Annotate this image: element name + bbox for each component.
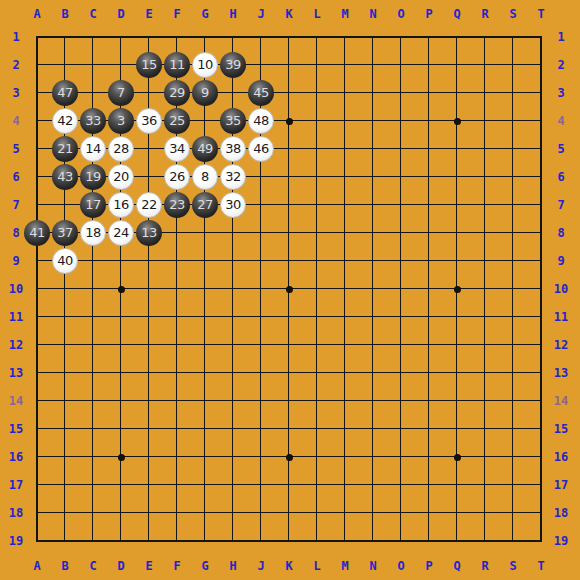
point-Q8[interactable] <box>443 219 471 247</box>
point-G16[interactable] <box>191 443 219 471</box>
point-M6[interactable] <box>331 163 359 191</box>
point-K16[interactable] <box>275 443 303 471</box>
point-J11[interactable] <box>247 303 275 331</box>
point-S16[interactable] <box>499 443 527 471</box>
point-K14[interactable] <box>275 387 303 415</box>
point-M11[interactable] <box>331 303 359 331</box>
point-K1[interactable] <box>275 23 303 51</box>
point-F18[interactable] <box>163 499 191 527</box>
point-P5[interactable] <box>415 135 443 163</box>
point-D15[interactable] <box>107 415 135 443</box>
point-F11[interactable] <box>163 303 191 331</box>
point-S7[interactable] <box>499 191 527 219</box>
point-J6[interactable] <box>247 163 275 191</box>
point-S3[interactable] <box>499 79 527 107</box>
point-B7[interactable] <box>51 191 79 219</box>
point-K8[interactable] <box>275 219 303 247</box>
point-M8[interactable] <box>331 219 359 247</box>
point-S5[interactable] <box>499 135 527 163</box>
point-Q17[interactable] <box>443 471 471 499</box>
point-L6[interactable] <box>303 163 331 191</box>
point-L7[interactable] <box>303 191 331 219</box>
point-T13[interactable] <box>527 359 555 387</box>
point-A5[interactable] <box>23 135 51 163</box>
point-B16[interactable] <box>51 443 79 471</box>
point-T3[interactable] <box>527 79 555 107</box>
point-K11[interactable] <box>275 303 303 331</box>
point-C8[interactable]: 18 <box>79 219 107 247</box>
point-L9[interactable] <box>303 247 331 275</box>
point-B18[interactable] <box>51 499 79 527</box>
point-E13[interactable] <box>135 359 163 387</box>
point-C6[interactable]: 19 <box>79 163 107 191</box>
point-K18[interactable] <box>275 499 303 527</box>
point-D13[interactable] <box>107 359 135 387</box>
point-P17[interactable] <box>415 471 443 499</box>
point-F3[interactable]: 29 <box>163 79 191 107</box>
point-K5[interactable] <box>275 135 303 163</box>
point-F2[interactable]: 11 <box>163 51 191 79</box>
point-P1[interactable] <box>415 23 443 51</box>
point-S12[interactable] <box>499 331 527 359</box>
point-G12[interactable] <box>191 331 219 359</box>
point-M14[interactable] <box>331 387 359 415</box>
point-O12[interactable] <box>387 331 415 359</box>
point-J8[interactable] <box>247 219 275 247</box>
point-T19[interactable] <box>527 527 555 555</box>
point-J19[interactable] <box>247 527 275 555</box>
point-J17[interactable] <box>247 471 275 499</box>
point-B3[interactable]: 47 <box>51 79 79 107</box>
point-H19[interactable] <box>219 527 247 555</box>
point-D19[interactable] <box>107 527 135 555</box>
point-O11[interactable] <box>387 303 415 331</box>
point-B17[interactable] <box>51 471 79 499</box>
point-E16[interactable] <box>135 443 163 471</box>
point-L14[interactable] <box>303 387 331 415</box>
point-H17[interactable] <box>219 471 247 499</box>
point-C2[interactable] <box>79 51 107 79</box>
point-F17[interactable] <box>163 471 191 499</box>
point-H13[interactable] <box>219 359 247 387</box>
point-M18[interactable] <box>331 499 359 527</box>
point-O4[interactable] <box>387 107 415 135</box>
point-O18[interactable] <box>387 499 415 527</box>
point-Q12[interactable] <box>443 331 471 359</box>
point-C5[interactable]: 14 <box>79 135 107 163</box>
point-J5[interactable]: 46 <box>247 135 275 163</box>
point-R16[interactable] <box>471 443 499 471</box>
point-A3[interactable] <box>23 79 51 107</box>
point-L12[interactable] <box>303 331 331 359</box>
point-A13[interactable] <box>23 359 51 387</box>
point-J2[interactable] <box>247 51 275 79</box>
point-R15[interactable] <box>471 415 499 443</box>
point-C17[interactable] <box>79 471 107 499</box>
point-H9[interactable] <box>219 247 247 275</box>
point-A15[interactable] <box>23 415 51 443</box>
point-N16[interactable] <box>359 443 387 471</box>
point-M1[interactable] <box>331 23 359 51</box>
point-A10[interactable] <box>23 275 51 303</box>
point-N18[interactable] <box>359 499 387 527</box>
point-E9[interactable] <box>135 247 163 275</box>
point-B11[interactable] <box>51 303 79 331</box>
point-L17[interactable] <box>303 471 331 499</box>
point-R3[interactable] <box>471 79 499 107</box>
point-P15[interactable] <box>415 415 443 443</box>
point-J1[interactable] <box>247 23 275 51</box>
point-T12[interactable] <box>527 331 555 359</box>
point-F10[interactable] <box>163 275 191 303</box>
point-E2[interactable]: 15 <box>135 51 163 79</box>
point-C1[interactable] <box>79 23 107 51</box>
point-C10[interactable] <box>79 275 107 303</box>
point-C7[interactable]: 17 <box>79 191 107 219</box>
point-F4[interactable]: 25 <box>163 107 191 135</box>
point-N14[interactable] <box>359 387 387 415</box>
point-O1[interactable] <box>387 23 415 51</box>
point-F9[interactable] <box>163 247 191 275</box>
point-H5[interactable]: 38 <box>219 135 247 163</box>
point-L3[interactable] <box>303 79 331 107</box>
point-D14[interactable] <box>107 387 135 415</box>
point-H11[interactable] <box>219 303 247 331</box>
point-Q10[interactable] <box>443 275 471 303</box>
point-R10[interactable] <box>471 275 499 303</box>
point-D10[interactable] <box>107 275 135 303</box>
point-N12[interactable] <box>359 331 387 359</box>
point-C4[interactable]: 33 <box>79 107 107 135</box>
point-A6[interactable] <box>23 163 51 191</box>
point-J15[interactable] <box>247 415 275 443</box>
point-T6[interactable] <box>527 163 555 191</box>
point-D6[interactable]: 20 <box>107 163 135 191</box>
point-O8[interactable] <box>387 219 415 247</box>
point-K10[interactable] <box>275 275 303 303</box>
point-H14[interactable] <box>219 387 247 415</box>
point-R14[interactable] <box>471 387 499 415</box>
point-A16[interactable] <box>23 443 51 471</box>
point-P4[interactable] <box>415 107 443 135</box>
point-H18[interactable] <box>219 499 247 527</box>
point-T4[interactable] <box>527 107 555 135</box>
point-F5[interactable]: 34 <box>163 135 191 163</box>
point-D12[interactable] <box>107 331 135 359</box>
point-G2[interactable]: 10 <box>191 51 219 79</box>
point-N1[interactable] <box>359 23 387 51</box>
point-D3[interactable]: 7 <box>107 79 135 107</box>
point-N10[interactable] <box>359 275 387 303</box>
point-M17[interactable] <box>331 471 359 499</box>
point-P10[interactable] <box>415 275 443 303</box>
point-J18[interactable] <box>247 499 275 527</box>
point-D5[interactable]: 28 <box>107 135 135 163</box>
point-L8[interactable] <box>303 219 331 247</box>
point-J3[interactable]: 45 <box>247 79 275 107</box>
point-P12[interactable] <box>415 331 443 359</box>
point-G4[interactable] <box>191 107 219 135</box>
point-R4[interactable] <box>471 107 499 135</box>
point-C15[interactable] <box>79 415 107 443</box>
point-M16[interactable] <box>331 443 359 471</box>
point-P8[interactable] <box>415 219 443 247</box>
point-P13[interactable] <box>415 359 443 387</box>
point-P3[interactable] <box>415 79 443 107</box>
point-G17[interactable] <box>191 471 219 499</box>
point-M19[interactable] <box>331 527 359 555</box>
point-E7[interactable]: 22 <box>135 191 163 219</box>
point-L18[interactable] <box>303 499 331 527</box>
point-F16[interactable] <box>163 443 191 471</box>
point-B19[interactable] <box>51 527 79 555</box>
point-O5[interactable] <box>387 135 415 163</box>
point-M2[interactable] <box>331 51 359 79</box>
point-A9[interactable] <box>23 247 51 275</box>
point-S2[interactable] <box>499 51 527 79</box>
point-M13[interactable] <box>331 359 359 387</box>
point-B6[interactable]: 43 <box>51 163 79 191</box>
point-P14[interactable] <box>415 387 443 415</box>
point-M9[interactable] <box>331 247 359 275</box>
point-S6[interactable] <box>499 163 527 191</box>
point-S9[interactable] <box>499 247 527 275</box>
point-S4[interactable] <box>499 107 527 135</box>
point-T9[interactable] <box>527 247 555 275</box>
point-B4[interactable]: 42 <box>51 107 79 135</box>
point-P11[interactable] <box>415 303 443 331</box>
point-D7[interactable]: 16 <box>107 191 135 219</box>
point-D8[interactable]: 24 <box>107 219 135 247</box>
point-F15[interactable] <box>163 415 191 443</box>
point-O3[interactable] <box>387 79 415 107</box>
point-R11[interactable] <box>471 303 499 331</box>
point-E8[interactable]: 13 <box>135 219 163 247</box>
point-T18[interactable] <box>527 499 555 527</box>
point-R2[interactable] <box>471 51 499 79</box>
point-G7[interactable]: 27 <box>191 191 219 219</box>
point-G13[interactable] <box>191 359 219 387</box>
point-S14[interactable] <box>499 387 527 415</box>
point-B13[interactable] <box>51 359 79 387</box>
point-J12[interactable] <box>247 331 275 359</box>
point-G19[interactable] <box>191 527 219 555</box>
point-J7[interactable] <box>247 191 275 219</box>
point-P18[interactable] <box>415 499 443 527</box>
point-N4[interactable] <box>359 107 387 135</box>
point-G1[interactable] <box>191 23 219 51</box>
point-D11[interactable] <box>107 303 135 331</box>
point-R8[interactable] <box>471 219 499 247</box>
point-F19[interactable] <box>163 527 191 555</box>
point-R13[interactable] <box>471 359 499 387</box>
point-G15[interactable] <box>191 415 219 443</box>
point-C9[interactable] <box>79 247 107 275</box>
point-O13[interactable] <box>387 359 415 387</box>
point-S1[interactable] <box>499 23 527 51</box>
point-R17[interactable] <box>471 471 499 499</box>
point-H6[interactable]: 32 <box>219 163 247 191</box>
point-E10[interactable] <box>135 275 163 303</box>
point-R7[interactable] <box>471 191 499 219</box>
point-B1[interactable] <box>51 23 79 51</box>
point-K17[interactable] <box>275 471 303 499</box>
point-Q3[interactable] <box>443 79 471 107</box>
board-grid[interactable]: 1511103947729945423333625354821142834493… <box>23 23 555 555</box>
point-E14[interactable] <box>135 387 163 415</box>
point-F6[interactable]: 26 <box>163 163 191 191</box>
point-K6[interactable] <box>275 163 303 191</box>
point-H16[interactable] <box>219 443 247 471</box>
point-K15[interactable] <box>275 415 303 443</box>
point-E3[interactable] <box>135 79 163 107</box>
point-J16[interactable] <box>247 443 275 471</box>
point-H10[interactable] <box>219 275 247 303</box>
point-E15[interactable] <box>135 415 163 443</box>
point-A4[interactable] <box>23 107 51 135</box>
point-T1[interactable] <box>527 23 555 51</box>
point-D9[interactable] <box>107 247 135 275</box>
point-N7[interactable] <box>359 191 387 219</box>
point-E1[interactable] <box>135 23 163 51</box>
point-T5[interactable] <box>527 135 555 163</box>
point-T11[interactable] <box>527 303 555 331</box>
point-N6[interactable] <box>359 163 387 191</box>
point-B12[interactable] <box>51 331 79 359</box>
point-C18[interactable] <box>79 499 107 527</box>
point-J10[interactable] <box>247 275 275 303</box>
point-E18[interactable] <box>135 499 163 527</box>
point-B8[interactable]: 37 <box>51 219 79 247</box>
point-H3[interactable] <box>219 79 247 107</box>
point-K3[interactable] <box>275 79 303 107</box>
point-R19[interactable] <box>471 527 499 555</box>
point-Q18[interactable] <box>443 499 471 527</box>
point-S19[interactable] <box>499 527 527 555</box>
point-C16[interactable] <box>79 443 107 471</box>
point-E4[interactable]: 36 <box>135 107 163 135</box>
point-O6[interactable] <box>387 163 415 191</box>
point-Q2[interactable] <box>443 51 471 79</box>
point-A2[interactable] <box>23 51 51 79</box>
point-M15[interactable] <box>331 415 359 443</box>
point-A17[interactable] <box>23 471 51 499</box>
point-L13[interactable] <box>303 359 331 387</box>
point-J9[interactable] <box>247 247 275 275</box>
point-H15[interactable] <box>219 415 247 443</box>
point-M4[interactable] <box>331 107 359 135</box>
point-R6[interactable] <box>471 163 499 191</box>
point-L16[interactable] <box>303 443 331 471</box>
point-C14[interactable] <box>79 387 107 415</box>
point-S8[interactable] <box>499 219 527 247</box>
point-R18[interactable] <box>471 499 499 527</box>
point-R9[interactable] <box>471 247 499 275</box>
point-Q13[interactable] <box>443 359 471 387</box>
point-N15[interactable] <box>359 415 387 443</box>
point-L2[interactable] <box>303 51 331 79</box>
point-B2[interactable] <box>51 51 79 79</box>
point-L4[interactable] <box>303 107 331 135</box>
point-A19[interactable] <box>23 527 51 555</box>
point-C13[interactable] <box>79 359 107 387</box>
point-F8[interactable] <box>163 219 191 247</box>
point-A11[interactable] <box>23 303 51 331</box>
point-B14[interactable] <box>51 387 79 415</box>
point-F7[interactable]: 23 <box>163 191 191 219</box>
point-S10[interactable] <box>499 275 527 303</box>
point-S15[interactable] <box>499 415 527 443</box>
point-N9[interactable] <box>359 247 387 275</box>
point-Q9[interactable] <box>443 247 471 275</box>
point-K7[interactable] <box>275 191 303 219</box>
point-P9[interactable] <box>415 247 443 275</box>
point-E17[interactable] <box>135 471 163 499</box>
point-Q7[interactable] <box>443 191 471 219</box>
point-G10[interactable] <box>191 275 219 303</box>
point-G5[interactable]: 49 <box>191 135 219 163</box>
point-S17[interactable] <box>499 471 527 499</box>
point-J13[interactable] <box>247 359 275 387</box>
point-D17[interactable] <box>107 471 135 499</box>
point-N3[interactable] <box>359 79 387 107</box>
point-F13[interactable] <box>163 359 191 387</box>
point-T17[interactable] <box>527 471 555 499</box>
point-K13[interactable] <box>275 359 303 387</box>
point-B5[interactable]: 21 <box>51 135 79 163</box>
point-E12[interactable] <box>135 331 163 359</box>
point-O10[interactable] <box>387 275 415 303</box>
point-D1[interactable] <box>107 23 135 51</box>
point-A1[interactable] <box>23 23 51 51</box>
point-E11[interactable] <box>135 303 163 331</box>
point-T15[interactable] <box>527 415 555 443</box>
point-D18[interactable] <box>107 499 135 527</box>
point-J14[interactable] <box>247 387 275 415</box>
point-L11[interactable] <box>303 303 331 331</box>
point-O14[interactable] <box>387 387 415 415</box>
point-K2[interactable] <box>275 51 303 79</box>
point-R5[interactable] <box>471 135 499 163</box>
point-N5[interactable] <box>359 135 387 163</box>
point-S18[interactable] <box>499 499 527 527</box>
point-F14[interactable] <box>163 387 191 415</box>
point-F12[interactable] <box>163 331 191 359</box>
point-O19[interactable] <box>387 527 415 555</box>
point-T10[interactable] <box>527 275 555 303</box>
point-L10[interactable] <box>303 275 331 303</box>
point-P19[interactable] <box>415 527 443 555</box>
point-G18[interactable] <box>191 499 219 527</box>
point-K4[interactable] <box>275 107 303 135</box>
point-H12[interactable] <box>219 331 247 359</box>
point-O2[interactable] <box>387 51 415 79</box>
point-L1[interactable] <box>303 23 331 51</box>
point-P2[interactable] <box>415 51 443 79</box>
point-G11[interactable] <box>191 303 219 331</box>
point-A8[interactable]: 41 <box>23 219 51 247</box>
point-Q4[interactable] <box>443 107 471 135</box>
point-M12[interactable] <box>331 331 359 359</box>
point-A18[interactable] <box>23 499 51 527</box>
point-H7[interactable]: 30 <box>219 191 247 219</box>
point-C3[interactable] <box>79 79 107 107</box>
point-B15[interactable] <box>51 415 79 443</box>
point-T16[interactable] <box>527 443 555 471</box>
point-Q5[interactable] <box>443 135 471 163</box>
point-N17[interactable] <box>359 471 387 499</box>
point-T2[interactable] <box>527 51 555 79</box>
